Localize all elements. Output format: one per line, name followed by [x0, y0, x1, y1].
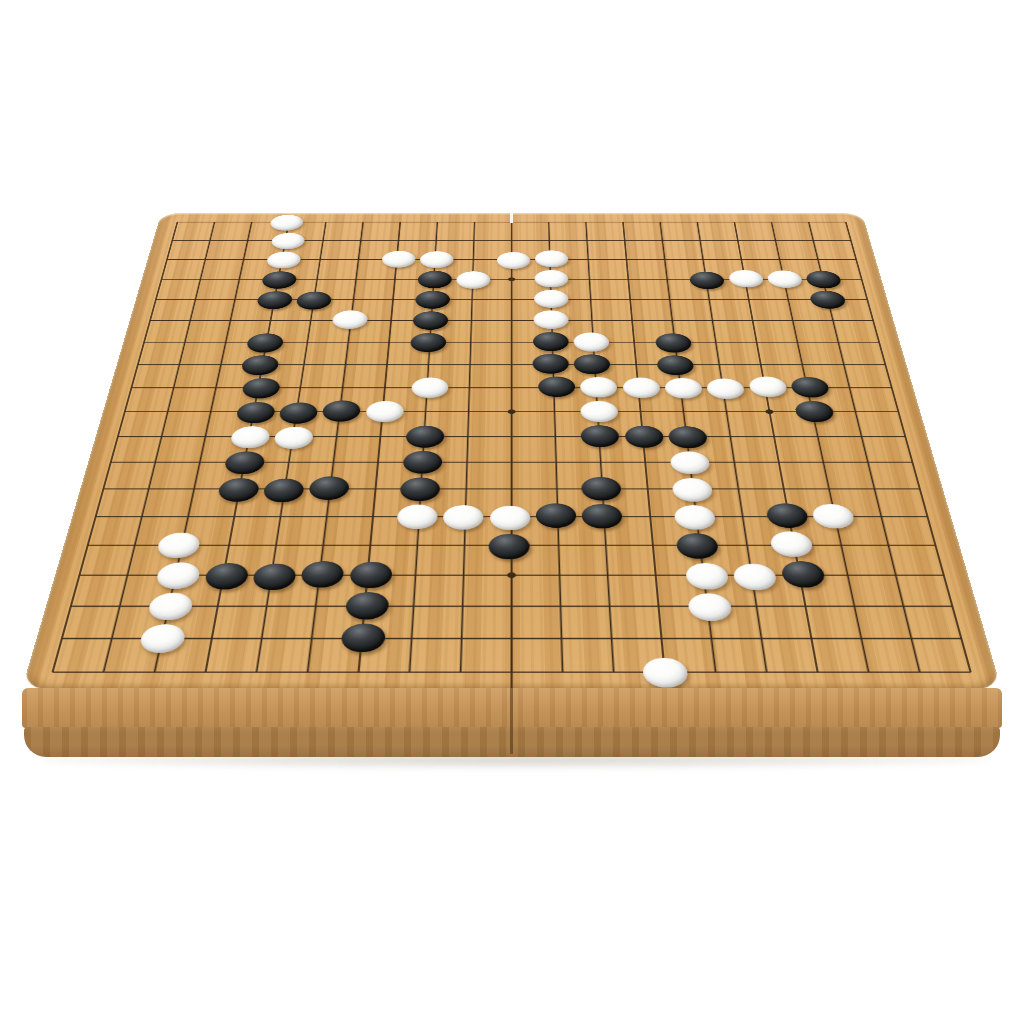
black-stone	[251, 563, 297, 589]
white-stone	[365, 401, 404, 422]
black-stone	[278, 402, 318, 423]
black-stone	[538, 377, 575, 397]
black-stone	[667, 426, 708, 448]
white-stone	[685, 563, 730, 589]
white-stone	[811, 504, 856, 528]
white-stone	[138, 624, 187, 653]
white-stone	[443, 505, 484, 529]
white-stone	[533, 310, 568, 328]
black-stone	[340, 624, 386, 653]
white-stone	[622, 378, 661, 398]
black-stone	[789, 377, 830, 397]
white-stone	[229, 426, 271, 448]
black-stone	[689, 272, 725, 289]
black-stone	[223, 452, 266, 475]
white-stone	[535, 250, 569, 267]
white-stone	[396, 504, 438, 528]
black-stone	[308, 476, 350, 499]
black-stone	[402, 451, 442, 474]
black-stone	[532, 354, 569, 374]
black-stone	[581, 477, 622, 501]
go-board-surface	[22, 213, 1002, 690]
black-stone	[581, 504, 622, 528]
white-stone	[671, 478, 713, 502]
white-stone	[580, 377, 618, 397]
white-stone	[766, 270, 803, 287]
board-shadow	[40, 752, 990, 768]
black-stone	[295, 292, 332, 310]
white-stone	[497, 252, 530, 269]
white-stone	[155, 562, 202, 588]
black-stone	[235, 402, 276, 423]
white-stone	[411, 378, 449, 398]
white-stone	[669, 452, 710, 475]
black-stone	[203, 563, 249, 589]
white-stone	[768, 532, 813, 557]
board-front-seam	[510, 688, 513, 754]
white-stone	[573, 332, 610, 351]
black-stone	[655, 333, 693, 352]
black-stone	[580, 425, 619, 447]
black-stone	[675, 533, 719, 558]
stones-layer	[22, 213, 1002, 690]
white-stone	[534, 270, 568, 287]
white-stone	[489, 506, 529, 530]
black-stone	[412, 311, 448, 329]
white-stone	[664, 378, 703, 398]
black-stone	[322, 400, 362, 421]
black-stone	[255, 291, 293, 309]
black-stone	[240, 355, 280, 375]
black-stone	[809, 291, 848, 309]
black-stone	[793, 401, 835, 422]
black-stone	[240, 378, 280, 398]
white-stone	[673, 505, 716, 529]
white-stone	[456, 271, 490, 288]
black-stone	[245, 333, 284, 352]
white-stone	[727, 270, 764, 287]
white-stone	[270, 233, 306, 249]
black-stone	[779, 561, 825, 587]
white-stone	[687, 593, 733, 620]
black-stone	[410, 333, 447, 352]
white-stone	[641, 657, 688, 687]
black-stone	[533, 332, 569, 351]
white-stone	[534, 290, 569, 308]
white-stone	[332, 310, 369, 328]
black-stone	[348, 561, 392, 587]
white-stone	[732, 563, 778, 589]
white-stone	[265, 252, 301, 269]
black-stone	[260, 271, 297, 288]
black-stone	[536, 503, 577, 527]
black-stone	[344, 592, 389, 619]
black-stone	[216, 478, 260, 502]
black-stone	[405, 426, 444, 448]
white-stone	[580, 401, 619, 422]
white-stone	[706, 379, 746, 399]
black-stone	[488, 534, 529, 559]
black-stone	[624, 426, 664, 448]
black-stone	[574, 354, 611, 374]
white-stone	[156, 533, 202, 558]
black-stone	[417, 271, 452, 288]
black-stone	[300, 561, 345, 587]
black-stone	[262, 478, 305, 502]
white-stone	[146, 593, 194, 620]
white-stone	[381, 251, 416, 268]
black-stone	[399, 477, 440, 501]
black-stone	[415, 291, 450, 309]
white-stone	[747, 377, 787, 397]
black-stone	[765, 503, 809, 527]
black-stone	[656, 355, 694, 375]
black-stone	[805, 271, 843, 288]
white-stone	[273, 427, 314, 449]
white-stone	[419, 251, 453, 268]
white-stone	[269, 215, 304, 231]
